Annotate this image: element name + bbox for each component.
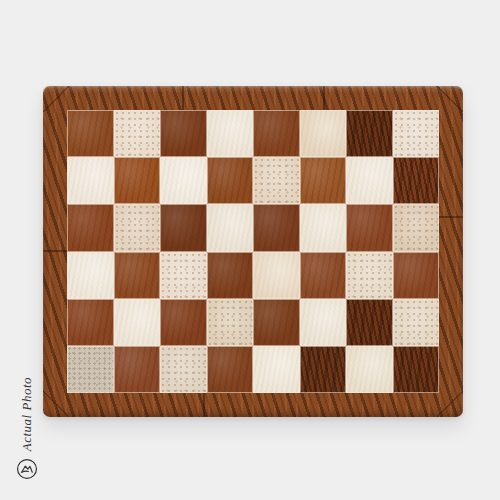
square-r4c7: [346, 252, 393, 299]
square-r5c5: [253, 299, 300, 346]
square-r4c3: [160, 252, 207, 299]
square-r2c4: [207, 157, 254, 204]
square-r6c1: [67, 346, 114, 393]
square-r6c2: [114, 346, 161, 393]
square-r6c8: [393, 346, 440, 393]
actual-photo-watermark: Actual Photo: [16, 377, 38, 480]
square-r4c1: [67, 252, 114, 299]
mountain-logo-icon: [16, 458, 38, 480]
square-r6c6: [300, 346, 347, 393]
square-r1c5: [253, 110, 300, 157]
cowhide-checkerboard-rug: [43, 86, 463, 417]
square-r1c6: [300, 110, 347, 157]
square-r5c8: [393, 299, 440, 346]
square-r2c5: [253, 157, 300, 204]
square-r5c4: [207, 299, 254, 346]
square-r3c2: [114, 204, 161, 251]
square-r4c6: [300, 252, 347, 299]
square-r1c7: [346, 110, 393, 157]
square-r4c5: [253, 252, 300, 299]
square-r3c8: [393, 204, 440, 251]
square-r5c7: [346, 299, 393, 346]
actual-photo-label: Actual Photo: [19, 377, 35, 451]
square-r1c3: [160, 110, 207, 157]
square-r2c8: [393, 157, 440, 204]
square-r4c2: [114, 252, 161, 299]
square-r6c4: [207, 346, 254, 393]
square-r5c6: [300, 299, 347, 346]
square-r2c3: [160, 157, 207, 204]
square-r5c1: [67, 299, 114, 346]
square-r5c3: [160, 299, 207, 346]
board-grid: [67, 110, 439, 393]
square-r4c4: [207, 252, 254, 299]
square-r6c5: [253, 346, 300, 393]
square-r2c2: [114, 157, 161, 204]
square-r6c3: [160, 346, 207, 393]
square-r3c3: [160, 204, 207, 251]
square-r3c6: [300, 204, 347, 251]
square-r3c4: [207, 204, 254, 251]
square-r6c7: [346, 346, 393, 393]
square-r3c5: [253, 204, 300, 251]
square-r2c7: [346, 157, 393, 204]
square-r3c7: [346, 204, 393, 251]
square-r1c4: [207, 110, 254, 157]
square-r1c8: [393, 110, 440, 157]
square-r1c1: [67, 110, 114, 157]
square-r2c6: [300, 157, 347, 204]
square-r4c8: [393, 252, 440, 299]
square-r5c2: [114, 299, 161, 346]
square-r1c2: [114, 110, 161, 157]
square-r2c1: [67, 157, 114, 204]
square-r3c1: [67, 204, 114, 251]
